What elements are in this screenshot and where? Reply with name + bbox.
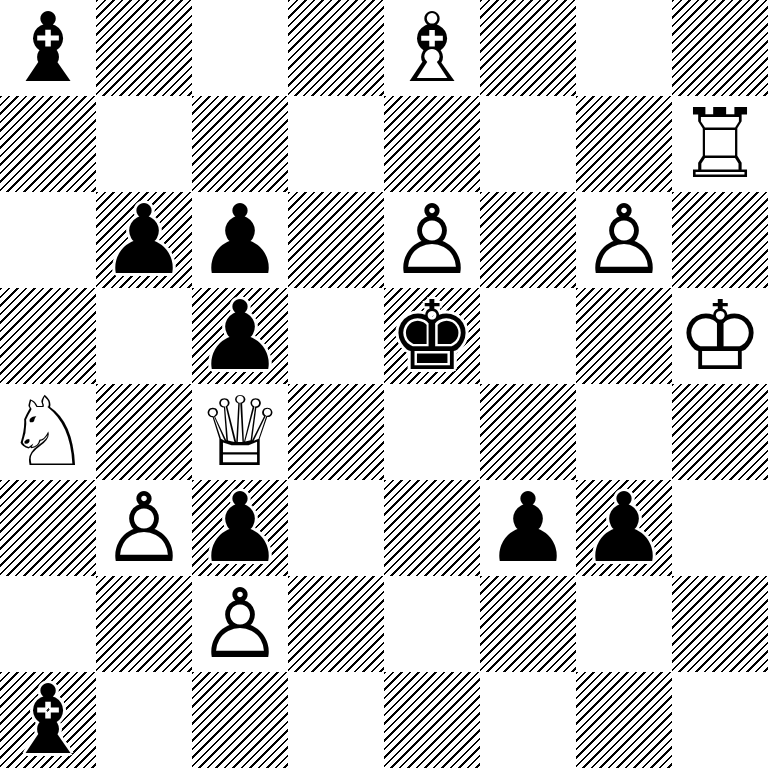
black-pawn: ♟ xyxy=(101,192,187,288)
black-pawn: ♟ xyxy=(197,480,283,576)
square-f3[interactable]: ♟ xyxy=(480,480,576,576)
square-d8[interactable] xyxy=(288,0,384,96)
square-c4[interactable]: ♕ xyxy=(192,384,288,480)
square-h7[interactable]: ♖ xyxy=(672,96,768,192)
square-c5[interactable]: ♟ xyxy=(192,288,288,384)
square-f6[interactable] xyxy=(480,192,576,288)
chess-board: ♝♗♖♟♟♙♙♟♚♔♘♕♙♟♟♟♙♝ xyxy=(0,0,768,768)
square-b8[interactable] xyxy=(96,0,192,96)
square-e7[interactable] xyxy=(384,96,480,192)
square-c8[interactable] xyxy=(192,0,288,96)
square-b3[interactable]: ♙ xyxy=(96,480,192,576)
square-g7[interactable] xyxy=(576,96,672,192)
square-h4[interactable] xyxy=(672,384,768,480)
square-e2[interactable] xyxy=(384,576,480,672)
square-d1[interactable] xyxy=(288,672,384,768)
white-queen: ♕ xyxy=(197,384,283,480)
square-b1[interactable] xyxy=(96,672,192,768)
square-f2[interactable] xyxy=(480,576,576,672)
white-pawn: ♙ xyxy=(389,192,475,288)
square-g1[interactable] xyxy=(576,672,672,768)
square-g8[interactable] xyxy=(576,0,672,96)
square-a8[interactable]: ♝ xyxy=(0,0,96,96)
square-e3[interactable] xyxy=(384,480,480,576)
white-pawn: ♙ xyxy=(581,192,667,288)
square-g2[interactable] xyxy=(576,576,672,672)
square-e1[interactable] xyxy=(384,672,480,768)
square-h8[interactable] xyxy=(672,0,768,96)
square-e8[interactable]: ♗ xyxy=(384,0,480,96)
square-a2[interactable] xyxy=(0,576,96,672)
square-a4[interactable]: ♘ xyxy=(0,384,96,480)
square-b4[interactable] xyxy=(96,384,192,480)
white-bishop: ♗ xyxy=(389,0,475,96)
square-a7[interactable] xyxy=(0,96,96,192)
square-c1[interactable] xyxy=(192,672,288,768)
square-g3[interactable]: ♟ xyxy=(576,480,672,576)
square-h3[interactable] xyxy=(672,480,768,576)
square-b6[interactable]: ♟ xyxy=(96,192,192,288)
square-h2[interactable] xyxy=(672,576,768,672)
square-a3[interactable] xyxy=(0,480,96,576)
square-g5[interactable] xyxy=(576,288,672,384)
white-knight: ♘ xyxy=(5,384,91,480)
square-b2[interactable] xyxy=(96,576,192,672)
black-pawn: ♟ xyxy=(485,480,571,576)
square-g6[interactable]: ♙ xyxy=(576,192,672,288)
square-c2[interactable]: ♙ xyxy=(192,576,288,672)
square-e4[interactable] xyxy=(384,384,480,480)
square-d2[interactable] xyxy=(288,576,384,672)
square-d6[interactable] xyxy=(288,192,384,288)
black-pawn: ♟ xyxy=(581,480,667,576)
square-h6[interactable] xyxy=(672,192,768,288)
black-pawn: ♟ xyxy=(197,192,283,288)
square-b5[interactable] xyxy=(96,288,192,384)
white-pawn: ♙ xyxy=(197,576,283,672)
square-e5[interactable]: ♚ xyxy=(384,288,480,384)
white-rook: ♖ xyxy=(677,96,763,192)
square-d7[interactable] xyxy=(288,96,384,192)
black-bishop: ♝ xyxy=(5,672,91,768)
square-f4[interactable] xyxy=(480,384,576,480)
white-pawn: ♙ xyxy=(101,480,187,576)
square-b7[interactable] xyxy=(96,96,192,192)
square-c6[interactable]: ♟ xyxy=(192,192,288,288)
square-c7[interactable] xyxy=(192,96,288,192)
square-a6[interactable] xyxy=(0,192,96,288)
black-pawn: ♟ xyxy=(197,288,283,384)
square-c3[interactable]: ♟ xyxy=(192,480,288,576)
square-a5[interactable] xyxy=(0,288,96,384)
square-a1[interactable]: ♝ xyxy=(0,672,96,768)
square-g4[interactable] xyxy=(576,384,672,480)
white-king: ♔ xyxy=(677,288,763,384)
square-h5[interactable]: ♔ xyxy=(672,288,768,384)
square-d5[interactable] xyxy=(288,288,384,384)
square-f8[interactable] xyxy=(480,0,576,96)
black-king: ♚ xyxy=(389,288,475,384)
square-h1[interactable] xyxy=(672,672,768,768)
square-f1[interactable] xyxy=(480,672,576,768)
square-f5[interactable] xyxy=(480,288,576,384)
black-bishop: ♝ xyxy=(5,0,91,96)
square-e6[interactable]: ♙ xyxy=(384,192,480,288)
square-d3[interactable] xyxy=(288,480,384,576)
square-f7[interactable] xyxy=(480,96,576,192)
square-d4[interactable] xyxy=(288,384,384,480)
